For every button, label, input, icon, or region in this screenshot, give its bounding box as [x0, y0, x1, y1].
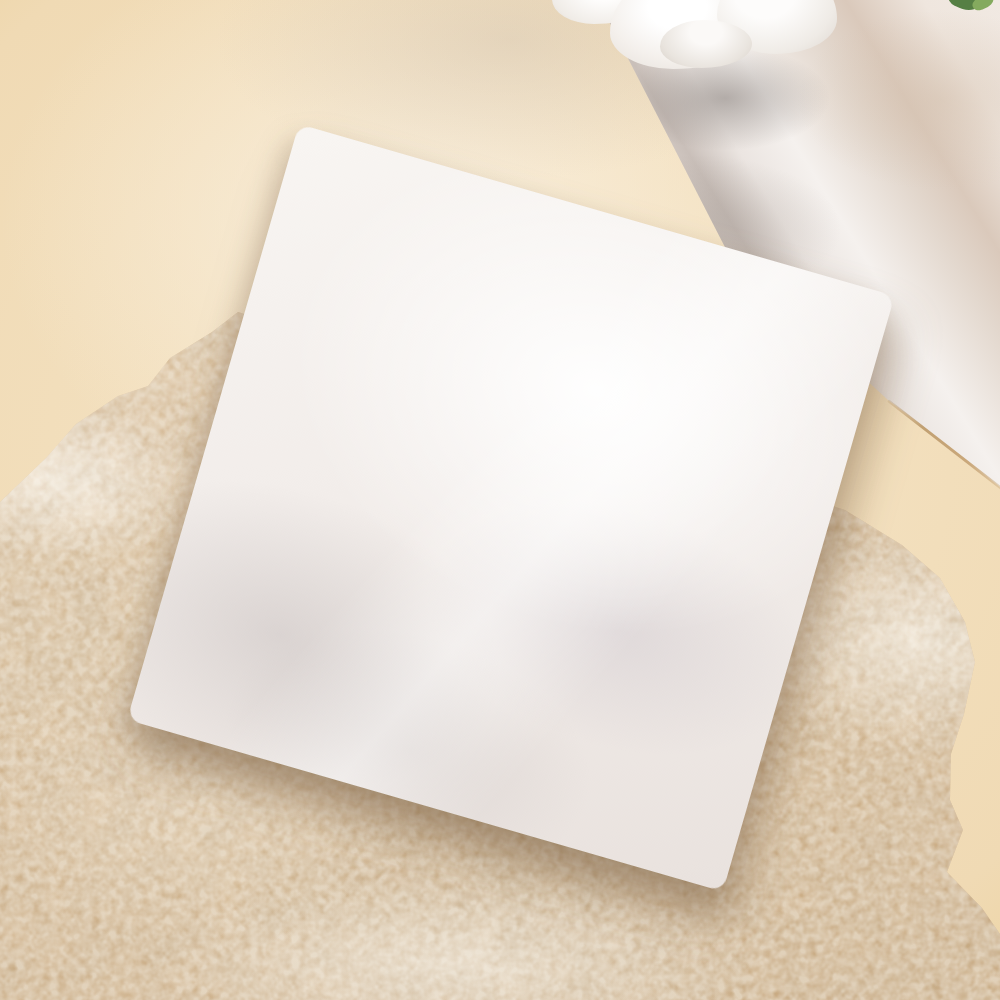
product-photo-scene — [0, 0, 1000, 1000]
earrings-layer — [0, 0, 1000, 1000]
